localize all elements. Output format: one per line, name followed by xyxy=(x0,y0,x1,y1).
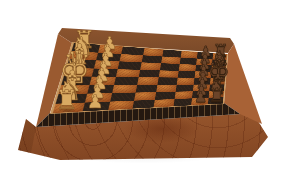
chess-set-photo: ♜♞♝♛♚♝♞♜♟♟♟♟♟♟♟♟♟♟♟♟♟♟♟♟♜♞♝♛♚♝♞♜ xyxy=(0,0,290,174)
piece-white-pawn[interactable]: ♟ xyxy=(87,92,104,111)
piece-black-rook[interactable]: ♜ xyxy=(208,86,225,105)
piece-black-pawn[interactable]: ♟ xyxy=(194,90,207,105)
pieces-layer: ♜♞♝♛♚♝♞♜♟♟♟♟♟♟♟♟♟♟♟♟♟♟♟♟♜♞♝♛♚♝♞♜ xyxy=(0,0,290,174)
piece-white-rook[interactable]: ♜ xyxy=(55,87,79,113)
